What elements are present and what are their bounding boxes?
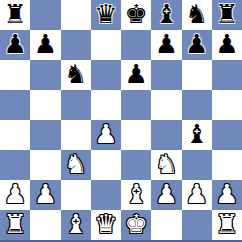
black-rook[interactable]: ♜ [3,1,26,27]
square-f3[interactable]: ♞ [151,150,181,180]
white-pawn[interactable]: ♟ [94,121,117,147]
square-a4[interactable] [0,120,30,150]
square-b1[interactable] [30,210,60,240]
white-king[interactable]: ♚ [124,211,147,237]
black-pawn[interactable]: ♟ [215,31,238,57]
square-f4[interactable] [151,120,181,150]
square-h5[interactable] [212,90,242,120]
black-bishop[interactable]: ♝ [185,121,208,147]
black-bishop[interactable]: ♝ [155,1,178,27]
white-bishop[interactable]: ♝ [64,211,87,237]
square-b6[interactable] [30,60,60,90]
chess-board-container: ♜♛♚♝♞♜♟♟♟♟♟♞♟♟♝♞♞♟♟♝♟♟♟♜♝♛♚♜ [0,0,242,242]
square-a6[interactable] [0,60,30,90]
square-h6[interactable] [212,60,242,90]
square-d1[interactable]: ♛ [91,210,121,240]
square-g6[interactable] [182,60,212,90]
white-rook[interactable]: ♜ [215,211,238,237]
square-f2[interactable]: ♟ [151,180,181,210]
black-pawn[interactable]: ♟ [155,31,178,57]
black-pawn[interactable]: ♟ [185,31,208,57]
square-c4[interactable] [61,120,91,150]
square-c7[interactable] [61,30,91,60]
square-e1[interactable]: ♚ [121,210,151,240]
square-d4[interactable]: ♟ [91,120,121,150]
square-h8[interactable]: ♜ [212,0,242,30]
square-e4[interactable] [121,120,151,150]
square-a1[interactable]: ♜ [0,210,30,240]
square-g1[interactable] [182,210,212,240]
square-f7[interactable]: ♟ [151,30,181,60]
square-c5[interactable] [61,90,91,120]
square-a3[interactable] [0,150,30,180]
square-g3[interactable] [182,150,212,180]
square-f8[interactable]: ♝ [151,0,181,30]
black-queen[interactable]: ♛ [94,1,117,27]
square-f1[interactable] [151,210,181,240]
square-c2[interactable] [61,180,91,210]
white-pawn[interactable]: ♟ [3,181,26,207]
square-a8[interactable]: ♜ [0,0,30,30]
square-b5[interactable] [30,90,60,120]
white-bishop[interactable]: ♝ [124,181,147,207]
white-pawn[interactable]: ♟ [34,181,57,207]
square-h7[interactable]: ♟ [212,30,242,60]
black-pawn[interactable]: ♟ [34,31,57,57]
square-g7[interactable]: ♟ [182,30,212,60]
white-queen[interactable]: ♛ [94,211,117,237]
white-pawn[interactable]: ♟ [155,181,178,207]
square-c8[interactable] [61,0,91,30]
square-d3[interactable] [91,150,121,180]
white-pawn[interactable]: ♟ [215,181,238,207]
square-g5[interactable] [182,90,212,120]
square-h2[interactable]: ♟ [212,180,242,210]
square-d5[interactable] [91,90,121,120]
white-rook[interactable]: ♜ [3,211,26,237]
square-b8[interactable] [30,0,60,30]
square-d2[interactable] [91,180,121,210]
square-e7[interactable] [121,30,151,60]
square-e5[interactable] [121,90,151,120]
black-knight[interactable]: ♞ [185,1,208,27]
square-b7[interactable]: ♟ [30,30,60,60]
black-pawn[interactable]: ♟ [3,31,26,57]
square-a5[interactable] [0,90,30,120]
square-b2[interactable]: ♟ [30,180,60,210]
square-d6[interactable] [91,60,121,90]
white-knight[interactable]: ♞ [155,151,178,177]
square-b3[interactable] [30,150,60,180]
black-rook[interactable]: ♜ [215,1,238,27]
square-h1[interactable]: ♜ [212,210,242,240]
black-pawn[interactable]: ♟ [124,61,147,87]
square-g4[interactable]: ♝ [182,120,212,150]
square-a7[interactable]: ♟ [0,30,30,60]
black-knight[interactable]: ♞ [64,61,87,87]
white-knight[interactable]: ♞ [64,151,87,177]
square-e6[interactable]: ♟ [121,60,151,90]
square-e2[interactable]: ♝ [121,180,151,210]
square-g8[interactable]: ♞ [182,0,212,30]
chess-board: ♜♛♚♝♞♜♟♟♟♟♟♞♟♟♝♞♞♟♟♝♟♟♟♜♝♛♚♜ [0,0,242,242]
square-c1[interactable]: ♝ [61,210,91,240]
square-e3[interactable] [121,150,151,180]
square-c3[interactable]: ♞ [61,150,91,180]
square-h4[interactable] [212,120,242,150]
square-f6[interactable] [151,60,181,90]
black-king[interactable]: ♚ [124,1,147,27]
square-a2[interactable]: ♟ [0,180,30,210]
square-h3[interactable] [212,150,242,180]
square-c6[interactable]: ♞ [61,60,91,90]
square-b4[interactable] [30,120,60,150]
square-d7[interactable] [91,30,121,60]
square-f5[interactable] [151,90,181,120]
square-d8[interactable]: ♛ [91,0,121,30]
white-pawn[interactable]: ♟ [185,181,208,207]
square-g2[interactable]: ♟ [182,180,212,210]
square-e8[interactable]: ♚ [121,0,151,30]
